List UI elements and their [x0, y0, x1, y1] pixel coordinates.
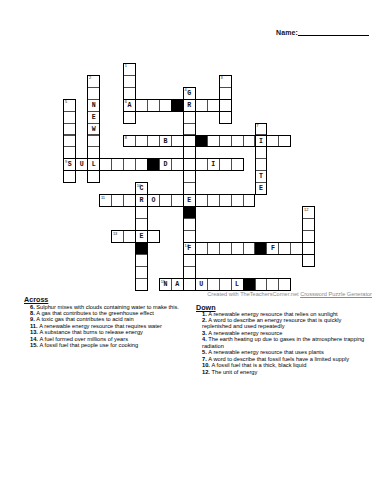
clue-number: 10 — [137, 183, 141, 188]
across-clue-15: 15. A fossil fuel that people use for co… — [30, 342, 193, 348]
down-clue-list: 1. A renewable energy resource that reli… — [202, 311, 372, 376]
grid-cell[interactable]: E — [255, 182, 268, 195]
grid-cell[interactable] — [171, 135, 184, 148]
clue-number: 14 — [185, 243, 189, 248]
grid-cell[interactable] — [147, 230, 160, 243]
clue-number: 15 — [161, 279, 165, 284]
clue-number: 1 — [125, 63, 127, 68]
grid-cell[interactable] — [219, 111, 232, 124]
grid-cell[interactable] — [278, 135, 291, 148]
grid-cell[interactable] — [87, 170, 100, 183]
grid-cell[interactable] — [123, 111, 136, 124]
grid-cell[interactable] — [207, 99, 220, 112]
grid-cell[interactable] — [135, 278, 148, 291]
clue-number: 5 — [65, 99, 67, 104]
grid-cell[interactable]: A — [171, 278, 184, 291]
grid-cell[interactable] — [290, 242, 303, 255]
grid-cell[interactable] — [243, 194, 256, 207]
across-clue-list: 6. Sulphur mixes with clouds containing … — [30, 304, 193, 349]
clue-number: 12 — [304, 207, 308, 212]
grid-cell[interactable] — [302, 254, 315, 267]
down-clue-2: 2. A word to describe an energy resource… — [202, 317, 372, 330]
grid-cell[interactable] — [123, 194, 136, 207]
credit-prefix: Created with TheTeachersCorner.net — [207, 291, 300, 297]
clue-number: 2 — [89, 75, 91, 80]
clue-number: 8 — [125, 135, 127, 140]
grid-cell[interactable] — [171, 194, 184, 207]
grid-cell[interactable]: U — [75, 158, 88, 171]
clue-number: 4 — [185, 87, 187, 92]
crossword-grid: 1A62NEWL3G4REF145S97ITE8BUDIC10RE11O1213… — [0, 0, 386, 300]
grid-cell[interactable] — [243, 135, 256, 148]
down-clue-4: 4. The earth heating up due to gases in … — [202, 336, 372, 349]
clue-number: 13 — [113, 231, 117, 236]
down-clue-12: 12. The unit of energy — [202, 369, 372, 375]
clue-number: 7 — [256, 123, 258, 128]
clue-number: 3 — [220, 75, 222, 80]
grid-cell[interactable] — [278, 278, 291, 291]
clue-number: 9 — [65, 159, 67, 164]
grid-cell[interactable] — [123, 230, 136, 243]
clue-number: 11 — [101, 195, 105, 200]
credit-line: Created with TheTeachersCorner.net Cross… — [0, 291, 372, 297]
grid-cell[interactable] — [231, 158, 244, 171]
clue-number: 6 — [125, 99, 127, 104]
black-cell — [171, 99, 184, 112]
worksheet-page: Name: 1A62NEWL3G4REF145S97ITE8BUDIC10RE1… — [0, 0, 386, 500]
grid-cell[interactable] — [63, 170, 76, 183]
across-clue-6: 6. Sulphur mixes with clouds containing … — [30, 304, 193, 310]
grid-cell[interactable] — [171, 158, 184, 171]
credit-generator-link[interactable]: Crossword Puzzle Generator — [300, 291, 372, 297]
